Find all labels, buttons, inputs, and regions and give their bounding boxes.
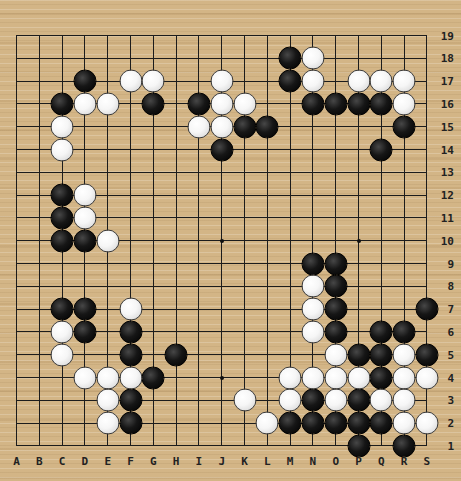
row-label-7: 7 (432, 303, 454, 316)
white-stone-O3[interactable] (324, 389, 347, 412)
white-stone-P17[interactable] (347, 70, 370, 93)
black-stone-O7[interactable] (324, 298, 347, 321)
go-board-diagram: ABCDEFGHIJKLMNOPQRS191817161514131211109… (0, 0, 461, 481)
white-stone-R3[interactable] (393, 389, 416, 412)
column-label-J: J (214, 455, 230, 468)
black-stone-C10[interactable] (51, 229, 74, 252)
white-stone-M4[interactable] (279, 366, 302, 389)
white-stone-C15[interactable] (51, 115, 74, 138)
white-stone-F7[interactable] (119, 298, 142, 321)
row-label-18: 18 (432, 52, 454, 65)
white-stone-L2[interactable] (256, 412, 279, 435)
black-stone-D7[interactable] (73, 298, 96, 321)
black-stone-C11[interactable] (51, 206, 74, 229)
row-label-3: 3 (432, 394, 454, 407)
row-label-1: 1 (432, 439, 454, 452)
black-stone-N16[interactable] (301, 92, 324, 115)
black-stone-N9[interactable] (301, 252, 324, 275)
black-stone-N3[interactable] (301, 389, 324, 412)
black-stone-I16[interactable] (187, 92, 210, 115)
black-stone-M17[interactable] (279, 70, 302, 93)
white-stone-D11[interactable] (73, 206, 96, 229)
column-label-B: B (31, 455, 47, 468)
column-label-P: P (351, 455, 367, 468)
white-stone-C6[interactable] (51, 320, 74, 343)
column-label-F: F (123, 455, 139, 468)
white-stone-F4[interactable] (119, 366, 142, 389)
white-stone-K16[interactable] (233, 92, 256, 115)
black-stone-P3[interactable] (347, 389, 370, 412)
row-label-11: 11 (432, 211, 454, 224)
black-stone-R6[interactable] (393, 320, 416, 343)
black-stone-Q6[interactable] (370, 320, 393, 343)
white-stone-F17[interactable] (119, 70, 142, 93)
black-stone-O9[interactable] (324, 252, 347, 275)
row-label-19: 19 (432, 29, 454, 42)
row-label-6: 6 (432, 325, 454, 338)
column-label-D: D (77, 455, 93, 468)
column-label-L: L (259, 455, 275, 468)
white-stone-E4[interactable] (96, 366, 119, 389)
column-label-N: N (305, 455, 321, 468)
star-point (220, 376, 224, 380)
white-stone-M3[interactable] (279, 389, 302, 412)
white-stone-G17[interactable] (142, 70, 165, 93)
black-stone-F5[interactable] (119, 343, 142, 366)
black-stone-P5[interactable] (347, 343, 370, 366)
black-stone-Q14[interactable] (370, 138, 393, 161)
black-stone-P16[interactable] (347, 92, 370, 115)
white-stone-O4[interactable] (324, 366, 347, 389)
black-stone-Q2[interactable] (370, 412, 393, 435)
row-label-10: 10 (432, 234, 454, 247)
white-stone-R16[interactable] (393, 92, 416, 115)
white-stone-D16[interactable] (73, 92, 96, 115)
white-stone-Q3[interactable] (370, 389, 393, 412)
row-label-13: 13 (432, 166, 454, 179)
star-point (220, 239, 224, 243)
black-stone-H5[interactable] (165, 343, 188, 366)
white-stone-N17[interactable] (301, 70, 324, 93)
black-stone-Q16[interactable] (370, 92, 393, 115)
black-stone-P1[interactable] (347, 434, 370, 457)
white-stone-N6[interactable] (301, 320, 324, 343)
black-stone-M18[interactable] (279, 47, 302, 70)
black-stone-Q5[interactable] (370, 343, 393, 366)
white-stone-N7[interactable] (301, 298, 324, 321)
white-stone-D12[interactable] (73, 184, 96, 207)
black-stone-F6[interactable] (119, 320, 142, 343)
row-label-14: 14 (432, 143, 454, 156)
black-stone-G4[interactable] (142, 366, 165, 389)
black-stone-C16[interactable] (51, 92, 74, 115)
white-stone-E10[interactable] (96, 229, 119, 252)
row-label-5: 5 (432, 348, 454, 361)
black-stone-G16[interactable] (142, 92, 165, 115)
column-label-R: R (396, 455, 412, 468)
black-stone-L15[interactable] (256, 115, 279, 138)
black-stone-P2[interactable] (347, 412, 370, 435)
column-label-O: O (328, 455, 344, 468)
row-label-9: 9 (432, 257, 454, 270)
white-stone-N8[interactable] (301, 275, 324, 298)
column-label-M: M (282, 455, 298, 468)
black-stone-D17[interactable] (73, 70, 96, 93)
white-stone-N4[interactable] (301, 366, 324, 389)
black-stone-O16[interactable] (324, 92, 347, 115)
column-label-Q: Q (373, 455, 389, 468)
white-stone-O5[interactable] (324, 343, 347, 366)
white-stone-C5[interactable] (51, 343, 74, 366)
row-label-8: 8 (432, 280, 454, 293)
black-stone-F2[interactable] (119, 412, 142, 435)
white-stone-I15[interactable] (187, 115, 210, 138)
white-stone-K3[interactable] (233, 389, 256, 412)
white-stone-E3[interactable] (96, 389, 119, 412)
row-label-4: 4 (432, 371, 454, 384)
white-stone-N18[interactable] (301, 47, 324, 70)
white-stone-R4[interactable] (393, 366, 416, 389)
row-label-2: 2 (432, 417, 454, 430)
black-stone-R15[interactable] (393, 115, 416, 138)
column-label-H: H (168, 455, 184, 468)
white-stone-R5[interactable] (393, 343, 416, 366)
black-stone-D6[interactable] (73, 320, 96, 343)
black-stone-M2[interactable] (279, 412, 302, 435)
white-stone-R17[interactable] (393, 70, 416, 93)
white-stone-C14[interactable] (51, 138, 74, 161)
white-stone-E16[interactable] (96, 92, 119, 115)
white-stone-J15[interactable] (210, 115, 233, 138)
column-label-K: K (237, 455, 253, 468)
black-stone-J14[interactable] (210, 138, 233, 161)
column-label-G: G (145, 455, 161, 468)
white-stone-P4[interactable] (347, 366, 370, 389)
column-label-C: C (54, 455, 70, 468)
white-stone-E2[interactable] (96, 412, 119, 435)
row-label-15: 15 (432, 120, 454, 133)
black-stone-C7[interactable] (51, 298, 74, 321)
black-stone-D10[interactable] (73, 229, 96, 252)
column-label-A: A (9, 455, 25, 468)
white-stone-D4[interactable] (73, 366, 96, 389)
row-label-16: 16 (432, 97, 454, 110)
black-stone-C12[interactable] (51, 184, 74, 207)
row-label-12: 12 (432, 189, 454, 202)
black-stone-F3[interactable] (119, 389, 142, 412)
black-stone-O2[interactable] (324, 412, 347, 435)
column-label-S: S (419, 455, 435, 468)
black-stone-Q4[interactable] (370, 366, 393, 389)
row-label-17: 17 (432, 75, 454, 88)
black-stone-O8[interactable] (324, 275, 347, 298)
black-stone-R1[interactable] (393, 434, 416, 457)
white-stone-Q17[interactable] (370, 70, 393, 93)
black-stone-K15[interactable] (233, 115, 256, 138)
white-stone-R2[interactable] (393, 412, 416, 435)
star-point (357, 239, 361, 243)
white-stone-J16[interactable] (210, 92, 233, 115)
black-stone-O6[interactable] (324, 320, 347, 343)
black-stone-N2[interactable] (301, 412, 324, 435)
column-label-I: I (191, 455, 207, 468)
column-label-E: E (100, 455, 116, 468)
white-stone-J17[interactable] (210, 70, 233, 93)
